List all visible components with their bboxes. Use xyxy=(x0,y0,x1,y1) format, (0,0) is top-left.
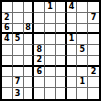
cell-r5c7-empty[interactable] xyxy=(67,45,78,56)
cell-r9c1-empty[interactable] xyxy=(2,88,13,99)
cell-r3c4-empty[interactable] xyxy=(34,24,45,35)
cell-r3c6-empty[interactable] xyxy=(56,24,67,35)
cell-r4c5-empty[interactable] xyxy=(45,34,56,45)
cell-r8c9-empty[interactable] xyxy=(88,77,99,88)
cell-r1c5-given[interactable]: 1 xyxy=(45,2,56,13)
cell-r6c7-empty[interactable] xyxy=(67,56,78,67)
cell-r9c3-empty[interactable] xyxy=(24,88,35,99)
cell-r2c6-empty[interactable] xyxy=(56,13,67,24)
cell-r5c9-empty[interactable] xyxy=(88,45,99,56)
cell-r8c7-empty[interactable] xyxy=(67,77,78,88)
cell-r6c5-empty[interactable] xyxy=(45,56,56,67)
cell-r7c8-empty[interactable] xyxy=(77,67,88,78)
cell-r9c2-given[interactable]: 3 xyxy=(13,88,24,99)
cell-r7c7-empty[interactable] xyxy=(67,67,78,78)
cell-r1c3-empty[interactable] xyxy=(24,2,35,13)
cell-r1c6-empty[interactable] xyxy=(56,2,67,13)
cell-r6c6-empty[interactable] xyxy=(56,56,67,67)
cell-r2c8-empty[interactable] xyxy=(77,13,88,24)
cell-r7c5-empty[interactable] xyxy=(45,67,56,78)
cell-r3c9-empty[interactable] xyxy=(88,24,99,35)
cell-r3c8-empty[interactable] xyxy=(77,24,88,35)
cell-r7c2-empty[interactable] xyxy=(13,67,24,78)
cell-r1c4-empty[interactable] xyxy=(34,2,45,13)
cell-r4c2-given[interactable]: 5 xyxy=(13,34,24,45)
cell-r8c5-empty[interactable] xyxy=(45,77,56,88)
cell-r2c5-empty[interactable] xyxy=(45,13,56,24)
cell-r9c5-empty[interactable] xyxy=(45,88,56,99)
sudoku-board: 14276845185262713 xyxy=(0,0,101,101)
cell-r6c9-empty[interactable] xyxy=(88,56,99,67)
cell-r9c7-empty[interactable] xyxy=(67,88,78,99)
cell-r6c2-empty[interactable] xyxy=(13,56,24,67)
cell-r8c8-given[interactable]: 1 xyxy=(77,77,88,88)
cell-r9c6-empty[interactable] xyxy=(56,88,67,99)
cell-r2c3-empty[interactable] xyxy=(24,13,35,24)
cell-r1c9-empty[interactable] xyxy=(88,2,99,13)
cell-r4c3-empty[interactable] xyxy=(24,34,35,45)
cell-r3c3-given[interactable]: 8 xyxy=(24,24,35,35)
cell-r8c2-given[interactable]: 7 xyxy=(13,77,24,88)
cell-r4c8-empty[interactable] xyxy=(77,34,88,45)
cell-r7c4-given[interactable]: 6 xyxy=(34,67,45,78)
cell-r4c1-given[interactable]: 4 xyxy=(2,34,13,45)
cell-r2c7-empty[interactable] xyxy=(67,13,78,24)
cell-r4c9-empty[interactable] xyxy=(88,34,99,45)
cell-r6c3-empty[interactable] xyxy=(24,56,35,67)
cell-r2c4-empty[interactable] xyxy=(34,13,45,24)
cell-r5c8-given[interactable]: 5 xyxy=(77,45,88,56)
cell-r7c3-empty[interactable] xyxy=(24,67,35,78)
cell-r3c1-given[interactable]: 6 xyxy=(2,24,13,35)
cell-r6c4-given[interactable]: 2 xyxy=(34,56,45,67)
cell-r9c8-empty[interactable] xyxy=(77,88,88,99)
cell-r3c2-empty[interactable] xyxy=(13,24,24,35)
cell-r8c4-empty[interactable] xyxy=(34,77,45,88)
cell-r1c2-empty[interactable] xyxy=(13,2,24,13)
cell-r5c2-empty[interactable] xyxy=(13,45,24,56)
cell-r2c1-given[interactable]: 2 xyxy=(2,13,13,24)
cell-r5c5-empty[interactable] xyxy=(45,45,56,56)
cell-r1c8-empty[interactable] xyxy=(77,2,88,13)
cell-r3c5-empty[interactable] xyxy=(45,24,56,35)
cell-r4c4-empty[interactable] xyxy=(34,34,45,45)
cell-r4c7-given[interactable]: 1 xyxy=(67,34,78,45)
cell-r9c4-empty[interactable] xyxy=(34,88,45,99)
cell-r2c2-empty[interactable] xyxy=(13,13,24,24)
cell-r8c3-empty[interactable] xyxy=(24,77,35,88)
cell-r2c9-given[interactable]: 7 xyxy=(88,13,99,24)
cell-r5c3-empty[interactable] xyxy=(24,45,35,56)
cell-r7c9-given[interactable]: 2 xyxy=(88,67,99,78)
cell-r9c9-empty[interactable] xyxy=(88,88,99,99)
cell-r5c1-empty[interactable] xyxy=(2,45,13,56)
cell-r5c4-given[interactable]: 8 xyxy=(34,45,45,56)
cell-r8c1-empty[interactable] xyxy=(2,77,13,88)
cell-r1c7-given[interactable]: 4 xyxy=(67,2,78,13)
cell-r8c6-empty[interactable] xyxy=(56,77,67,88)
cell-r3c7-empty[interactable] xyxy=(67,24,78,35)
cell-r1c1-empty[interactable] xyxy=(2,2,13,13)
cell-r5c6-empty[interactable] xyxy=(56,45,67,56)
cell-r4c6-empty[interactable] xyxy=(56,34,67,45)
cell-r7c1-empty[interactable] xyxy=(2,67,13,78)
cell-r6c1-empty[interactable] xyxy=(2,56,13,67)
cell-r7c6-empty[interactable] xyxy=(56,67,67,78)
cell-r6c8-empty[interactable] xyxy=(77,56,88,67)
